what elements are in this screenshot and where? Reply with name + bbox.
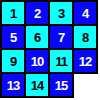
tile-9[interactable]: 9 — [2, 50, 26, 74]
tile-7[interactable]: 7 — [50, 26, 74, 50]
tile-1[interactable]: 1 — [2, 2, 26, 26]
tile-3[interactable]: 3 — [50, 2, 74, 26]
tile-14[interactable]: 14 — [26, 74, 50, 98]
tile-2[interactable]: 2 — [26, 2, 50, 26]
tile-12[interactable]: 12 — [74, 50, 98, 74]
tile-8[interactable]: 8 — [74, 26, 98, 50]
tile-4[interactable]: 4 — [74, 2, 98, 26]
tile-15[interactable]: 15 — [50, 74, 74, 98]
tile-6[interactable]: 6 — [26, 26, 50, 50]
tile-13[interactable]: 13 — [2, 74, 26, 98]
tile-11[interactable]: 11 — [50, 50, 74, 74]
tile-10[interactable]: 10 — [26, 50, 50, 74]
puzzle-board: 123456789101112131415 — [0, 0, 98, 98]
tile-5[interactable]: 5 — [2, 26, 26, 50]
empty-cell — [74, 74, 98, 98]
